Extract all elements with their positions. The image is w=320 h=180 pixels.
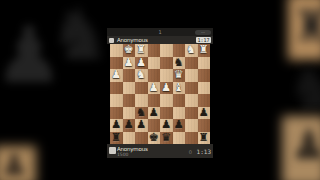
square-h3[interactable]: ♟ bbox=[110, 69, 123, 82]
opponent-player-bar: Anonymous 1:17 bbox=[107, 36, 213, 44]
piece-wQ-c3[interactable]: ♛ bbox=[174, 69, 184, 82]
square-g4[interactable] bbox=[123, 82, 136, 95]
square-a5[interactable] bbox=[198, 94, 211, 107]
square-d5[interactable] bbox=[160, 94, 173, 107]
square-e2[interactable] bbox=[148, 57, 161, 70]
square-h1[interactable] bbox=[110, 44, 123, 57]
menu-button[interactable]: ⋯ bbox=[195, 30, 211, 35]
square-b2[interactable] bbox=[185, 57, 198, 70]
square-b8[interactable] bbox=[185, 132, 198, 145]
square-e6[interactable]: ♟ bbox=[148, 107, 161, 120]
square-a3[interactable] bbox=[198, 69, 211, 82]
square-f7[interactable]: ♟ bbox=[135, 119, 148, 132]
square-e5[interactable] bbox=[148, 94, 161, 107]
square-d2[interactable] bbox=[160, 57, 173, 70]
square-h5[interactable] bbox=[110, 94, 123, 107]
blurred-pawn-icon: ♟ bbox=[290, 124, 320, 166]
square-c1[interactable] bbox=[173, 44, 186, 57]
square-b3[interactable] bbox=[185, 69, 198, 82]
piece-wN-b1[interactable]: ♞ bbox=[186, 44, 196, 57]
square-e1[interactable] bbox=[148, 44, 161, 57]
app-header-bar: 1 ⋯ bbox=[107, 28, 213, 36]
square-g3[interactable] bbox=[123, 69, 136, 82]
square-e7[interactable] bbox=[148, 119, 161, 132]
square-e8[interactable]: ♚ bbox=[148, 132, 161, 145]
square-d3[interactable] bbox=[160, 69, 173, 82]
square-b7[interactable] bbox=[185, 119, 198, 132]
player-clock: 1:13 bbox=[197, 148, 211, 155]
square-b1[interactable]: ♞ bbox=[185, 44, 198, 57]
square-g5[interactable] bbox=[123, 94, 136, 107]
piece-bP-h7[interactable]: ♟ bbox=[111, 119, 121, 132]
square-f4[interactable] bbox=[135, 82, 148, 95]
square-d8[interactable]: ♛ bbox=[160, 132, 173, 145]
piece-wK-g1[interactable]: ♚ bbox=[124, 44, 134, 57]
square-e4[interactable]: ♟ bbox=[148, 82, 161, 95]
player-bar: Anonymous 1500 0 1:13 bbox=[107, 144, 213, 158]
piece-bR-h8[interactable]: ♜ bbox=[111, 132, 121, 145]
piece-bP-e6[interactable]: ♟ bbox=[149, 107, 159, 120]
square-f1[interactable]: ♜ bbox=[135, 44, 148, 57]
piece-wB-c4[interactable]: ♝ bbox=[174, 82, 184, 95]
square-f8[interactable] bbox=[135, 132, 148, 145]
blurred-knight-icon: ♞ bbox=[286, 58, 320, 118]
blurred-pawn-icon: ♟ bbox=[0, 148, 29, 180]
square-c5[interactable] bbox=[173, 94, 186, 107]
square-g2[interactable]: ♟ bbox=[123, 57, 136, 70]
piece-bP-g7[interactable]: ♟ bbox=[124, 119, 134, 132]
square-a7[interactable] bbox=[198, 119, 211, 132]
square-b4[interactable] bbox=[185, 82, 198, 95]
piece-bP-c7[interactable]: ♟ bbox=[174, 119, 184, 132]
square-h4[interactable] bbox=[110, 82, 123, 95]
piece-wN-f3[interactable]: ♞ bbox=[136, 69, 146, 82]
piece-bR-a8[interactable]: ♜ bbox=[199, 132, 209, 145]
piece-wP-e4[interactable]: ♟ bbox=[149, 82, 159, 95]
piece-bK-e8[interactable]: ♚ bbox=[149, 132, 159, 145]
square-g8[interactable] bbox=[123, 132, 136, 145]
square-c8[interactable] bbox=[173, 132, 186, 145]
piece-bP-d7[interactable]: ♟ bbox=[161, 119, 171, 132]
square-e3[interactable] bbox=[148, 69, 161, 82]
piece-wR-a1[interactable]: ♜ bbox=[199, 44, 209, 57]
piece-wP-d4[interactable]: ♟ bbox=[161, 82, 171, 95]
square-h8[interactable]: ♜ bbox=[110, 132, 123, 145]
square-a1[interactable]: ♜ bbox=[198, 44, 211, 57]
square-g1[interactable]: ♚ bbox=[123, 44, 136, 57]
piece-bP-a6[interactable]: ♟ bbox=[199, 107, 209, 120]
player-rating: 1500 bbox=[117, 152, 128, 157]
player-score: 0 bbox=[189, 149, 192, 155]
piece-wP-g2[interactable]: ♟ bbox=[124, 57, 134, 70]
square-a2[interactable] bbox=[198, 57, 211, 70]
chess-board[interactable]: ♚♜♞♜♟♟♞♟♞♛♟♟♝♞♟♟♟♟♟♟♟♜♚♛♜ bbox=[110, 44, 210, 144]
piece-bQ-d8[interactable]: ♛ bbox=[161, 132, 171, 145]
app-strip: 1 ⋯ Anonymous 1:17 ♚♜♞♜♟♟♞♟♞♛♟♟♝♞♟♟♟♟♟♟♟… bbox=[107, 0, 213, 180]
square-b5[interactable] bbox=[185, 94, 198, 107]
square-d1[interactable] bbox=[160, 44, 173, 57]
square-a6[interactable]: ♟ bbox=[198, 107, 211, 120]
avatar bbox=[109, 147, 116, 154]
blurred-rook-icon: ♜ bbox=[292, 4, 320, 48]
video-frame: ♟ ♞ ♟ ♜ ♞ ♟ 1 ⋯ Anonymous 1:17 ♚♜♞♜♟♟♞♟♞… bbox=[0, 0, 320, 180]
avatar bbox=[109, 38, 114, 43]
square-d4[interactable]: ♟ bbox=[160, 82, 173, 95]
piece-bP-f7[interactable]: ♟ bbox=[136, 119, 146, 132]
square-b6[interactable] bbox=[185, 107, 198, 120]
square-h7[interactable]: ♟ bbox=[110, 119, 123, 132]
square-f3[interactable]: ♞ bbox=[135, 69, 148, 82]
square-c4[interactable]: ♝ bbox=[173, 82, 186, 95]
square-c3[interactable]: ♛ bbox=[173, 69, 186, 82]
piece-wP-h3[interactable]: ♟ bbox=[111, 69, 121, 82]
blurred-knight-icon: ♞ bbox=[48, 0, 113, 70]
square-a8[interactable]: ♜ bbox=[198, 132, 211, 145]
square-g7[interactable]: ♟ bbox=[123, 119, 136, 132]
square-c7[interactable]: ♟ bbox=[173, 119, 186, 132]
square-f5[interactable] bbox=[135, 94, 148, 107]
square-d7[interactable]: ♟ bbox=[160, 119, 173, 132]
square-a4[interactable] bbox=[198, 82, 211, 95]
piece-wR-f1[interactable]: ♜ bbox=[136, 44, 146, 57]
